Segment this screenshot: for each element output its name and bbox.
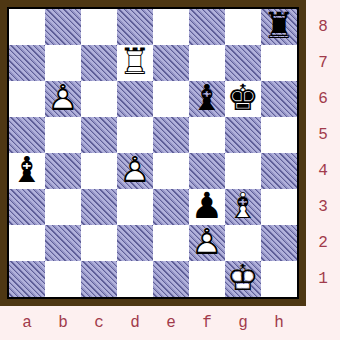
piece-black-king-g6: ♚: [225, 81, 261, 117]
square-b2[interactable]: [45, 225, 81, 261]
square-a1[interactable]: [9, 261, 45, 297]
square-d4[interactable]: ♟♙: [117, 153, 153, 189]
piece-white-pawn-f2: ♟♙: [189, 225, 225, 261]
square-g6[interactable]: ♚: [225, 81, 261, 117]
square-c6[interactable]: [81, 81, 117, 117]
square-b4[interactable]: [45, 153, 81, 189]
board: ♜♜♖♟♙♝♚♝♟♙♟♝♗♟♙♚♔: [7, 7, 299, 299]
square-h1[interactable]: [261, 261, 297, 297]
file-label-g: g: [225, 306, 261, 340]
square-b5[interactable]: [45, 117, 81, 153]
square-c8[interactable]: [81, 9, 117, 45]
square-e3[interactable]: [153, 189, 189, 225]
black-pawn-icon: ♟: [191, 188, 223, 224]
white-king-icon: ♔: [227, 260, 259, 296]
piece-black-bishop-a4: ♝: [9, 153, 45, 189]
square-e4[interactable]: [153, 153, 189, 189]
square-c4[interactable]: [81, 153, 117, 189]
chess-diagram: ♜♜♖♟♙♝♚♝♟♙♟♝♗♟♙♚♔ 87654321 abcdefgh: [0, 0, 340, 340]
square-d2[interactable]: [117, 225, 153, 261]
black-bishop-icon: ♝: [191, 80, 223, 116]
rank-label-2: 2: [306, 225, 340, 261]
black-king-icon: ♚: [227, 80, 259, 116]
square-a4[interactable]: ♝: [9, 153, 45, 189]
square-b3[interactable]: [45, 189, 81, 225]
square-g1[interactable]: ♚♔: [225, 261, 261, 297]
square-c5[interactable]: [81, 117, 117, 153]
white-pawn-icon: ♙: [47, 80, 79, 116]
white-rook-icon: ♖: [119, 44, 151, 80]
square-h4[interactable]: [261, 153, 297, 189]
square-h2[interactable]: [261, 225, 297, 261]
white-bishop-icon: ♗: [227, 188, 259, 224]
file-label-f: f: [189, 306, 225, 340]
square-b8[interactable]: [45, 9, 81, 45]
square-e5[interactable]: [153, 117, 189, 153]
file-labels: abcdefgh: [9, 306, 297, 340]
square-h8[interactable]: ♜: [261, 9, 297, 45]
square-b6[interactable]: ♟♙: [45, 81, 81, 117]
square-b1[interactable]: [45, 261, 81, 297]
white-pawn-icon: ♙: [191, 224, 223, 260]
square-a7[interactable]: [9, 45, 45, 81]
file-label-d: d: [117, 306, 153, 340]
piece-black-bishop-f6: ♝: [189, 81, 225, 117]
piece-white-rook-d7: ♜♖: [117, 45, 153, 81]
rank-label-4: 4: [306, 153, 340, 189]
square-d1[interactable]: [117, 261, 153, 297]
piece-white-bishop-g3: ♝♗: [225, 189, 261, 225]
square-g8[interactable]: [225, 9, 261, 45]
piece-white-king-g1: ♚♔: [225, 261, 261, 297]
piece-black-rook-h8: ♜: [261, 9, 297, 45]
square-e6[interactable]: [153, 81, 189, 117]
square-d3[interactable]: [117, 189, 153, 225]
square-e1[interactable]: [153, 261, 189, 297]
file-label-e: e: [153, 306, 189, 340]
piece-white-pawn-d4: ♟♙: [117, 153, 153, 189]
square-h3[interactable]: [261, 189, 297, 225]
square-f2[interactable]: ♟♙: [189, 225, 225, 261]
square-d7[interactable]: ♜♖: [117, 45, 153, 81]
rank-label-6: 6: [306, 81, 340, 117]
file-label-b: b: [45, 306, 81, 340]
square-h7[interactable]: [261, 45, 297, 81]
square-e2[interactable]: [153, 225, 189, 261]
file-label-a: a: [9, 306, 45, 340]
rank-label-7: 7: [306, 45, 340, 81]
white-pawn-icon: ♙: [119, 152, 151, 188]
board-frame: ♜♜♖♟♙♝♚♝♟♙♟♝♗♟♙♚♔: [0, 0, 306, 306]
square-d6[interactable]: [117, 81, 153, 117]
black-bishop-icon: ♝: [11, 152, 43, 188]
square-c2[interactable]: [81, 225, 117, 261]
square-f6[interactable]: ♝: [189, 81, 225, 117]
square-a8[interactable]: [9, 9, 45, 45]
square-e8[interactable]: [153, 9, 189, 45]
square-c1[interactable]: [81, 261, 117, 297]
rank-labels: 87654321: [306, 9, 340, 297]
square-h6[interactable]: [261, 81, 297, 117]
square-e7[interactable]: [153, 45, 189, 81]
file-label-c: c: [81, 306, 117, 340]
square-a3[interactable]: [9, 189, 45, 225]
file-label-h: h: [261, 306, 297, 340]
square-g3[interactable]: ♝♗: [225, 189, 261, 225]
black-rook-icon: ♜: [263, 8, 295, 44]
square-c7[interactable]: [81, 45, 117, 81]
rank-label-1: 1: [306, 261, 340, 297]
square-g5[interactable]: [225, 117, 261, 153]
square-f1[interactable]: [189, 261, 225, 297]
square-f5[interactable]: [189, 117, 225, 153]
square-a6[interactable]: [9, 81, 45, 117]
square-a2[interactable]: [9, 225, 45, 261]
rank-label-3: 3: [306, 189, 340, 225]
rank-label-8: 8: [306, 9, 340, 45]
square-c3[interactable]: [81, 189, 117, 225]
rank-label-5: 5: [306, 117, 340, 153]
piece-white-pawn-b6: ♟♙: [45, 81, 81, 117]
square-h5[interactable]: [261, 117, 297, 153]
square-f8[interactable]: [189, 9, 225, 45]
